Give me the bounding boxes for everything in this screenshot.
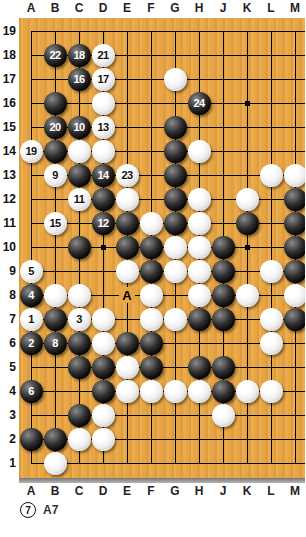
intersection-L11[interactable]	[259, 211, 283, 235]
intersection-J18[interactable]	[211, 43, 235, 67]
black-stone	[188, 356, 211, 379]
intersection-C14[interactable]	[67, 139, 91, 163]
intersection-G15[interactable]	[163, 115, 187, 139]
intersection-D2[interactable]	[91, 427, 115, 451]
intersection-G19[interactable]	[163, 19, 187, 43]
intersection-M9[interactable]	[283, 259, 305, 283]
intersection-D1[interactable]	[91, 451, 115, 475]
black-stone	[92, 380, 115, 403]
intersection-E2[interactable]	[115, 427, 139, 451]
intersection-K16[interactable]	[235, 91, 259, 115]
intersection-L18[interactable]	[259, 43, 283, 67]
intersection-H12[interactable]	[187, 187, 211, 211]
intersection-G3[interactable]	[163, 403, 187, 427]
intersection-F19[interactable]	[139, 19, 163, 43]
black-stone	[284, 260, 306, 283]
intersection-F5[interactable]	[139, 355, 163, 379]
intersection-F3[interactable]	[139, 403, 163, 427]
black-stone: 20	[44, 116, 67, 139]
intersection-H3[interactable]	[187, 403, 211, 427]
intersection-E7[interactable]	[115, 307, 139, 331]
intersection-J17[interactable]	[211, 67, 235, 91]
white-stone	[260, 308, 283, 331]
intersection-C4[interactable]	[67, 379, 91, 403]
intersection-L19[interactable]	[259, 19, 283, 43]
intersection-F8[interactable]	[139, 283, 163, 307]
intersection-B12[interactable]	[43, 187, 67, 211]
go-board: 221821161724201013199142311151254A13286	[19, 19, 305, 475]
intersection-G13[interactable]	[163, 163, 187, 187]
intersection-H9[interactable]	[187, 259, 211, 283]
intersection-G1[interactable]	[163, 451, 187, 475]
white-stone	[116, 356, 139, 379]
intersection-G14[interactable]	[163, 139, 187, 163]
intersection-C9[interactable]	[67, 259, 91, 283]
intersection-G4[interactable]	[163, 379, 187, 403]
intersection-A2[interactable]	[19, 427, 43, 451]
intersection-B8[interactable]	[43, 283, 67, 307]
intersection-E3[interactable]	[115, 403, 139, 427]
white-stone	[188, 236, 211, 259]
intersection-C19[interactable]	[67, 19, 91, 43]
intersection-M3[interactable]	[283, 403, 305, 427]
intersection-C11[interactable]	[67, 211, 91, 235]
intersection-L2[interactable]	[259, 427, 283, 451]
black-stone	[116, 236, 139, 259]
black-stone	[164, 212, 187, 235]
black-stone	[212, 260, 235, 283]
intersection-C18[interactable]: 18	[67, 43, 91, 67]
black-stone	[164, 188, 187, 211]
intersection-M7[interactable]	[283, 307, 305, 331]
black-stone	[68, 332, 91, 355]
intersection-K1[interactable]	[235, 451, 259, 475]
intersection-F11[interactable]	[139, 211, 163, 235]
intersection-K12[interactable]	[235, 187, 259, 211]
intersection-B15[interactable]: 20	[43, 115, 67, 139]
intersection-J19[interactable]	[211, 19, 235, 43]
intersection-G5[interactable]	[163, 355, 187, 379]
intersection-M19[interactable]	[283, 19, 305, 43]
intersection-A5[interactable]	[19, 355, 43, 379]
intersection-G10[interactable]	[163, 235, 187, 259]
intersection-E14[interactable]	[115, 139, 139, 163]
intersection-M13[interactable]	[283, 163, 305, 187]
intersection-J3[interactable]	[211, 403, 235, 427]
intersection-G16[interactable]	[163, 91, 187, 115]
row-label: 8	[0, 287, 16, 303]
intersection-M16[interactable]	[283, 91, 305, 115]
column-label: E	[115, 484, 139, 498]
intersection-J15[interactable]	[211, 115, 235, 139]
black-stone	[68, 404, 91, 427]
intersection-M6[interactable]	[283, 331, 305, 355]
row-label: 10	[0, 239, 16, 255]
intersection-C10[interactable]	[67, 235, 91, 259]
intersection-L12[interactable]	[259, 187, 283, 211]
black-stone: 16	[68, 68, 91, 91]
intersection-G7[interactable]	[163, 307, 187, 331]
column-label: F	[139, 484, 163, 498]
intersection-G8[interactable]	[163, 283, 187, 307]
intersection-E9[interactable]	[115, 259, 139, 283]
black-stone: 2	[20, 332, 43, 355]
row-label: 13	[0, 167, 16, 183]
white-stone	[68, 140, 91, 163]
intersection-E10[interactable]	[115, 235, 139, 259]
intersection-A3[interactable]	[19, 403, 43, 427]
intersection-C5[interactable]	[67, 355, 91, 379]
intersection-M5[interactable]	[283, 355, 305, 379]
intersection-L9[interactable]	[259, 259, 283, 283]
intersection-M11[interactable]	[283, 211, 305, 235]
intersection-A13[interactable]	[19, 163, 43, 187]
black-stone	[284, 212, 306, 235]
intersection-D9[interactable]	[91, 259, 115, 283]
intersection-E6[interactable]	[115, 331, 139, 355]
intersection-D17[interactable]: 17	[91, 67, 115, 91]
intersection-E12[interactable]	[115, 187, 139, 211]
intersection-E13[interactable]: 23	[115, 163, 139, 187]
intersection-B7[interactable]	[43, 307, 67, 331]
intersection-E8[interactable]: A	[115, 283, 139, 307]
intersection-D15[interactable]: 13	[91, 115, 115, 139]
intersection-C17[interactable]: 16	[67, 67, 91, 91]
intersection-H4[interactable]	[187, 379, 211, 403]
column-label: E	[115, 1, 139, 15]
white-stone	[44, 284, 67, 307]
intersection-A19[interactable]	[19, 19, 43, 43]
intersection-B14[interactable]	[43, 139, 67, 163]
intersection-K13[interactable]	[235, 163, 259, 187]
intersection-B9[interactable]	[43, 259, 67, 283]
white-stone	[236, 284, 259, 307]
intersection-E4[interactable]	[115, 379, 139, 403]
row-label: 19	[0, 23, 16, 39]
intersection-M17[interactable]	[283, 67, 305, 91]
intersection-L3[interactable]	[259, 403, 283, 427]
intersection-C13[interactable]	[67, 163, 91, 187]
intersection-G2[interactable]	[163, 427, 187, 451]
black-stone	[20, 428, 43, 451]
intersection-C2[interactable]	[67, 427, 91, 451]
intersection-D3[interactable]	[91, 403, 115, 427]
intersection-F7[interactable]	[139, 307, 163, 331]
intersection-D12[interactable]	[91, 187, 115, 211]
intersection-F9[interactable]	[139, 259, 163, 283]
intersection-H1[interactable]	[187, 451, 211, 475]
intersection-K19[interactable]	[235, 19, 259, 43]
intersection-F12[interactable]	[139, 187, 163, 211]
intersection-B11[interactable]: 15	[43, 211, 67, 235]
intersection-G11[interactable]	[163, 211, 187, 235]
intersection-A7[interactable]: 1	[19, 307, 43, 331]
intersection-F15[interactable]	[139, 115, 163, 139]
intersection-C3[interactable]	[67, 403, 91, 427]
intersection-A9[interactable]: 5	[19, 259, 43, 283]
intersection-J12[interactable]	[211, 187, 235, 211]
intersection-J1[interactable]	[211, 451, 235, 475]
intersection-H5[interactable]	[187, 355, 211, 379]
white-stone	[188, 188, 211, 211]
intersection-M8[interactable]	[283, 283, 305, 307]
intersection-K2[interactable]	[235, 427, 259, 451]
row-label: 2	[0, 431, 16, 447]
intersection-L10[interactable]	[259, 235, 283, 259]
intersection-L17[interactable]	[259, 67, 283, 91]
intersection-B13[interactable]: 9	[43, 163, 67, 187]
intersection-A10[interactable]	[19, 235, 43, 259]
column-label: C	[67, 484, 91, 498]
white-stone: 3	[68, 308, 91, 331]
intersection-K8[interactable]	[235, 283, 259, 307]
intersection-D19[interactable]	[91, 19, 115, 43]
white-stone	[92, 140, 115, 163]
board-edge-shadow	[19, 478, 305, 483]
white-stone	[260, 380, 283, 403]
intersection-K3[interactable]	[235, 403, 259, 427]
intersection-H14[interactable]	[187, 139, 211, 163]
black-stone	[140, 260, 163, 283]
intersection-G17[interactable]	[163, 67, 187, 91]
intersection-G12[interactable]	[163, 187, 187, 211]
intersection-M15[interactable]	[283, 115, 305, 139]
intersection-G9[interactable]	[163, 259, 187, 283]
intersection-E19[interactable]	[115, 19, 139, 43]
intersection-B16[interactable]	[43, 91, 67, 115]
intersection-D6[interactable]	[91, 331, 115, 355]
intersection-J11[interactable]	[211, 211, 235, 235]
intersection-A4[interactable]: 6	[19, 379, 43, 403]
intersection-B4[interactable]	[43, 379, 67, 403]
intersection-L16[interactable]	[259, 91, 283, 115]
intersection-K5[interactable]	[235, 355, 259, 379]
intersection-F10[interactable]	[139, 235, 163, 259]
white-stone	[188, 284, 211, 307]
intersection-K17[interactable]	[235, 67, 259, 91]
intersection-H17[interactable]	[187, 67, 211, 91]
intersection-J6[interactable]	[211, 331, 235, 355]
intersection-D13[interactable]: 14	[91, 163, 115, 187]
intersection-E18[interactable]	[115, 43, 139, 67]
move-caption: 7 A7	[20, 501, 58, 519]
black-stone	[212, 236, 235, 259]
column-label: H	[187, 484, 211, 498]
intersection-D11[interactable]: 12	[91, 211, 115, 235]
white-stone	[164, 236, 187, 259]
intersection-M14[interactable]	[283, 139, 305, 163]
intersection-M2[interactable]	[283, 427, 305, 451]
row-label: 18	[0, 47, 16, 63]
white-stone	[212, 404, 235, 427]
intersection-J7[interactable]	[211, 307, 235, 331]
black-stone: 10	[68, 116, 91, 139]
intersection-M18[interactable]	[283, 43, 305, 67]
intersection-D16[interactable]	[91, 91, 115, 115]
intersection-D7[interactable]	[91, 307, 115, 331]
intersection-L7[interactable]	[259, 307, 283, 331]
intersection-L14[interactable]	[259, 139, 283, 163]
intersection-A8[interactable]: 4	[19, 283, 43, 307]
intersection-G6[interactable]	[163, 331, 187, 355]
intersection-F17[interactable]	[139, 67, 163, 91]
intersection-K4[interactable]	[235, 379, 259, 403]
intersection-K7[interactable]	[235, 307, 259, 331]
intersection-D5[interactable]	[91, 355, 115, 379]
intersection-A12[interactable]	[19, 187, 43, 211]
white-stone	[236, 188, 259, 211]
intersection-B2[interactable]	[43, 427, 67, 451]
black-stone	[116, 212, 139, 235]
intersection-E11[interactable]	[115, 211, 139, 235]
intersection-H19[interactable]	[187, 19, 211, 43]
intersection-A1[interactable]	[19, 451, 43, 475]
black-stone	[212, 284, 235, 307]
row-label: 12	[0, 191, 16, 207]
intersection-L6[interactable]	[259, 331, 283, 355]
intersection-A15[interactable]	[19, 115, 43, 139]
intersection-H10[interactable]	[187, 235, 211, 259]
intersection-M10[interactable]	[283, 235, 305, 259]
intersection-C15[interactable]: 10	[67, 115, 91, 139]
intersection-L5[interactable]	[259, 355, 283, 379]
white-stone: 9	[44, 164, 67, 187]
intersection-K15[interactable]	[235, 115, 259, 139]
intersection-F1[interactable]	[139, 451, 163, 475]
intersection-H15[interactable]	[187, 115, 211, 139]
intersection-H8[interactable]	[187, 283, 211, 307]
intersection-L8[interactable]	[259, 283, 283, 307]
intersection-B1[interactable]	[43, 451, 67, 475]
intersection-F6[interactable]	[139, 331, 163, 355]
intersection-C7[interactable]: 3	[67, 307, 91, 331]
intersection-A18[interactable]	[19, 43, 43, 67]
intersection-C6[interactable]	[67, 331, 91, 355]
intersection-E5[interactable]	[115, 355, 139, 379]
intersection-L13[interactable]	[259, 163, 283, 187]
white-stone	[284, 164, 306, 187]
row-label: 17	[0, 71, 16, 87]
row-label: 1	[0, 455, 16, 471]
column-label: K	[235, 484, 259, 498]
intersection-H11[interactable]	[187, 211, 211, 235]
intersection-E1[interactable]	[115, 451, 139, 475]
intersection-L1[interactable]	[259, 451, 283, 475]
intersection-F13[interactable]	[139, 163, 163, 187]
intersection-A17[interactable]	[19, 67, 43, 91]
intersection-A11[interactable]	[19, 211, 43, 235]
intersection-J9[interactable]	[211, 259, 235, 283]
intersection-E17[interactable]	[115, 67, 139, 91]
column-label: B	[43, 484, 67, 498]
white-stone	[164, 68, 187, 91]
intersection-A14[interactable]: 19	[19, 139, 43, 163]
intersection-K18[interactable]	[235, 43, 259, 67]
intersection-H2[interactable]	[187, 427, 211, 451]
intersection-L4[interactable]	[259, 379, 283, 403]
intersection-K6[interactable]	[235, 331, 259, 355]
intersection-H6[interactable]	[187, 331, 211, 355]
intersection-A16[interactable]	[19, 91, 43, 115]
intersection-F16[interactable]	[139, 91, 163, 115]
intersection-C16[interactable]	[67, 91, 91, 115]
intersection-D4[interactable]	[91, 379, 115, 403]
intersection-K10[interactable]	[235, 235, 259, 259]
row-label: 3	[0, 407, 16, 423]
intersection-F4[interactable]	[139, 379, 163, 403]
intersection-K11[interactable]	[235, 211, 259, 235]
black-stone: 6	[20, 380, 43, 403]
intersection-K9[interactable]	[235, 259, 259, 283]
white-stone: 5	[20, 260, 43, 283]
intersection-C8[interactable]	[67, 283, 91, 307]
intersection-H16[interactable]: 24	[187, 91, 211, 115]
intersection-F14[interactable]	[139, 139, 163, 163]
intersection-D10[interactable]	[91, 235, 115, 259]
intersection-H13[interactable]	[187, 163, 211, 187]
black-stone	[140, 236, 163, 259]
intersection-J13[interactable]	[211, 163, 235, 187]
intersection-J8[interactable]	[211, 283, 235, 307]
black-stone	[116, 332, 139, 355]
intersection-B5[interactable]	[43, 355, 67, 379]
intersection-J16[interactable]	[211, 91, 235, 115]
intersection-M1[interactable]	[283, 451, 305, 475]
intersection-D8[interactable]	[91, 283, 115, 307]
white-stone: 21	[92, 44, 115, 67]
intersection-G18[interactable]	[163, 43, 187, 67]
intersection-C1[interactable]	[67, 451, 91, 475]
intersection-F2[interactable]	[139, 427, 163, 451]
intersection-B18[interactable]: 22	[43, 43, 67, 67]
intersection-E16[interactable]	[115, 91, 139, 115]
intersection-D18[interactable]: 21	[91, 43, 115, 67]
intersection-J5[interactable]	[211, 355, 235, 379]
white-stone	[236, 380, 259, 403]
intersection-J14[interactable]	[211, 139, 235, 163]
row-label: 4	[0, 383, 16, 399]
intersection-D14[interactable]	[91, 139, 115, 163]
intersection-A6[interactable]: 2	[19, 331, 43, 355]
intersection-C12[interactable]: 11	[67, 187, 91, 211]
intersection-J2[interactable]	[211, 427, 235, 451]
intersection-H7[interactable]	[187, 307, 211, 331]
intersection-B17[interactable]	[43, 67, 67, 91]
intersection-F18[interactable]	[139, 43, 163, 67]
column-label: M	[283, 484, 305, 498]
intersection-B6[interactable]: 8	[43, 331, 67, 355]
intersection-H18[interactable]	[187, 43, 211, 67]
intersection-L15[interactable]	[259, 115, 283, 139]
intersection-M12[interactable]	[283, 187, 305, 211]
white-stone	[140, 380, 163, 403]
intersection-B19[interactable]	[43, 19, 67, 43]
black-stone	[236, 212, 259, 235]
white-stone	[260, 332, 283, 355]
intersection-B3[interactable]	[43, 403, 67, 427]
white-stone	[116, 188, 139, 211]
black-stone	[284, 236, 306, 259]
caption-white-stone-7: 7	[20, 502, 36, 518]
intersection-K14[interactable]	[235, 139, 259, 163]
black-stone	[44, 428, 67, 451]
intersection-M4[interactable]	[283, 379, 305, 403]
intersection-E15[interactable]	[115, 115, 139, 139]
intersection-B10[interactable]	[43, 235, 67, 259]
intersection-J10[interactable]	[211, 235, 235, 259]
black-stone	[212, 308, 235, 331]
intersection-J4[interactable]	[211, 379, 235, 403]
